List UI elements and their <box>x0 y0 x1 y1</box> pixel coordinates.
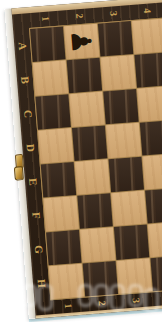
square-e4 <box>142 154 162 189</box>
square-h2 <box>83 261 118 296</box>
rank-label-top-2: 2 <box>73 10 86 23</box>
square-a3 <box>98 21 133 56</box>
square-b2 <box>67 58 102 93</box>
rank-label-top-1: 1 <box>39 12 52 25</box>
rank-label-top-4: 4 <box>141 4 154 17</box>
square-g3 <box>114 224 149 259</box>
rank-label-bottom-2: 2 <box>95 297 108 310</box>
square-d4 <box>140 120 162 155</box>
rank-label-bottom-3: 3 <box>129 294 142 307</box>
square-d2 <box>72 125 107 160</box>
square-c1 <box>35 94 70 129</box>
file-label-f: F <box>30 212 41 220</box>
board-grid: ♟ <box>29 17 162 300</box>
square-e3 <box>109 157 144 192</box>
square-d3 <box>106 123 141 158</box>
rank-label-bottom-1: 1 <box>61 299 74 312</box>
square-f3 <box>111 191 146 226</box>
square-a4 <box>132 18 162 53</box>
board-middle: ABCDEFGH ♟ <box>13 16 162 301</box>
square-c3 <box>103 89 138 124</box>
square-g4 <box>148 222 162 257</box>
rank-label-top-3: 3 <box>107 7 120 20</box>
product-photo-chess-box: 1234 ABCDEFGH ♟ 1234 <box>0 0 162 322</box>
file-label-c: C <box>22 110 34 119</box>
pawn-icon: ♟ <box>67 28 96 54</box>
square-f4 <box>145 188 162 223</box>
file-label-a: A <box>17 42 29 51</box>
square-e2 <box>75 159 110 194</box>
square-e1 <box>41 162 76 197</box>
file-label-d: D <box>25 143 37 152</box>
file-label-b: B <box>19 76 31 84</box>
folded-chess-board: 1234 ABCDEFGH ♟ 1234 <box>4 0 162 319</box>
latch-hook-icon <box>14 166 24 181</box>
square-a1 <box>30 26 65 61</box>
square-h3 <box>117 258 152 293</box>
square-f1 <box>43 196 78 231</box>
square-h4 <box>150 256 162 291</box>
square-h1 <box>49 264 84 299</box>
square-a2: ♟ <box>64 24 99 59</box>
file-label-g: G <box>33 245 45 254</box>
square-b3 <box>101 55 136 90</box>
file-label-h: H <box>35 279 47 288</box>
square-d1 <box>38 128 73 163</box>
square-c4 <box>137 86 162 121</box>
square-b1 <box>33 60 68 95</box>
square-f2 <box>77 193 112 228</box>
square-g1 <box>46 230 81 265</box>
square-b4 <box>134 52 162 87</box>
latch <box>13 154 26 182</box>
square-g2 <box>80 227 115 262</box>
file-label-e: E <box>27 178 39 186</box>
board-face: 1234 ABCDEFGH ♟ 1234 <box>11 0 162 318</box>
square-c2 <box>69 92 104 127</box>
